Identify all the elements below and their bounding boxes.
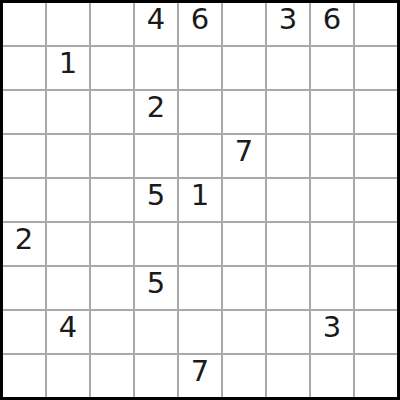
cell-r3c5[interactable] xyxy=(179,91,221,133)
cell-r1c7: 3 xyxy=(267,3,309,45)
clue-number: 1 xyxy=(191,181,209,210)
cell-r4c7[interactable] xyxy=(267,135,309,177)
cell-r4c2[interactable] xyxy=(47,135,89,177)
clue-number: 7 xyxy=(191,357,209,386)
cell-r9c3[interactable] xyxy=(91,355,133,397)
cell-r9c1[interactable] xyxy=(3,355,45,397)
cell-r6c5[interactable] xyxy=(179,223,221,265)
cell-r3c2[interactable] xyxy=(47,91,89,133)
cell-r1c6[interactable] xyxy=(223,3,265,45)
cell-r4c5[interactable] xyxy=(179,135,221,177)
clue-number: 2 xyxy=(15,225,33,254)
clue-number: 3 xyxy=(279,5,297,34)
clue-number: 4 xyxy=(147,5,165,34)
cell-r1c8: 6 xyxy=(311,3,353,45)
cell-r8c6[interactable] xyxy=(223,311,265,353)
cell-r4c4[interactable] xyxy=(135,135,177,177)
cell-r5c1[interactable] xyxy=(3,179,45,221)
cell-r8c8: 3 xyxy=(311,311,353,353)
cell-r5c4: 5 xyxy=(135,179,177,221)
cell-r5c8[interactable] xyxy=(311,179,353,221)
cell-r3c3[interactable] xyxy=(91,91,133,133)
cell-r8c9[interactable] xyxy=(355,311,397,353)
puzzle-board: 46361275125437 xyxy=(0,0,400,400)
cell-r1c9[interactable] xyxy=(355,3,397,45)
cell-r6c2[interactable] xyxy=(47,223,89,265)
clue-number: 7 xyxy=(235,137,253,166)
clue-number: 5 xyxy=(147,181,165,210)
clue-number: 4 xyxy=(59,313,77,342)
clue-number: 6 xyxy=(323,5,341,34)
cell-r6c4[interactable] xyxy=(135,223,177,265)
cell-r6c8[interactable] xyxy=(311,223,353,265)
cell-r2c5[interactable] xyxy=(179,47,221,89)
cell-r2c9[interactable] xyxy=(355,47,397,89)
cell-r5c7[interactable] xyxy=(267,179,309,221)
cell-r1c3[interactable] xyxy=(91,3,133,45)
cell-r9c4[interactable] xyxy=(135,355,177,397)
cell-r7c1[interactable] xyxy=(3,267,45,309)
cell-r7c7[interactable] xyxy=(267,267,309,309)
cell-r1c2[interactable] xyxy=(47,3,89,45)
cell-r6c1: 2 xyxy=(3,223,45,265)
cell-r4c9[interactable] xyxy=(355,135,397,177)
cell-r2c2: 1 xyxy=(47,47,89,89)
cell-r7c8[interactable] xyxy=(311,267,353,309)
cell-r2c3[interactable] xyxy=(91,47,133,89)
cell-r9c5: 7 xyxy=(179,355,221,397)
cell-r4c3[interactable] xyxy=(91,135,133,177)
cell-r1c1[interactable] xyxy=(3,3,45,45)
cell-r8c5[interactable] xyxy=(179,311,221,353)
cell-r6c7[interactable] xyxy=(267,223,309,265)
clue-number: 6 xyxy=(191,5,209,34)
cell-r8c1[interactable] xyxy=(3,311,45,353)
cell-r4c1[interactable] xyxy=(3,135,45,177)
cell-r1c4: 4 xyxy=(135,3,177,45)
cell-r3c9[interactable] xyxy=(355,91,397,133)
cell-r7c6[interactable] xyxy=(223,267,265,309)
clue-number: 1 xyxy=(59,49,77,78)
cell-r2c4[interactable] xyxy=(135,47,177,89)
cell-r1c5: 6 xyxy=(179,3,221,45)
cell-r6c6[interactable] xyxy=(223,223,265,265)
cell-r8c7[interactable] xyxy=(267,311,309,353)
cell-r4c8[interactable] xyxy=(311,135,353,177)
cell-r2c1[interactable] xyxy=(3,47,45,89)
clue-number: 3 xyxy=(323,313,341,342)
cell-r8c3[interactable] xyxy=(91,311,133,353)
cell-r3c7[interactable] xyxy=(267,91,309,133)
cell-r5c2[interactable] xyxy=(47,179,89,221)
cell-r7c2[interactable] xyxy=(47,267,89,309)
cell-r6c3[interactable] xyxy=(91,223,133,265)
cell-r6c9[interactable] xyxy=(355,223,397,265)
cell-r2c8[interactable] xyxy=(311,47,353,89)
cell-r3c1[interactable] xyxy=(3,91,45,133)
clue-number: 5 xyxy=(147,269,165,298)
cell-r8c4[interactable] xyxy=(135,311,177,353)
cell-r5c6[interactable] xyxy=(223,179,265,221)
cell-r7c4: 5 xyxy=(135,267,177,309)
cell-r5c9[interactable] xyxy=(355,179,397,221)
cell-r5c5: 1 xyxy=(179,179,221,221)
cell-r9c7[interactable] xyxy=(267,355,309,397)
clue-number: 2 xyxy=(147,93,165,122)
cell-r3c4: 2 xyxy=(135,91,177,133)
cell-r9c2[interactable] xyxy=(47,355,89,397)
cell-r9c6[interactable] xyxy=(223,355,265,397)
cell-r7c3[interactable] xyxy=(91,267,133,309)
cell-r4c6: 7 xyxy=(223,135,265,177)
cell-r3c8[interactable] xyxy=(311,91,353,133)
cell-r7c9[interactable] xyxy=(355,267,397,309)
cell-r7c5[interactable] xyxy=(179,267,221,309)
cell-r5c3[interactable] xyxy=(91,179,133,221)
cell-r9c9[interactable] xyxy=(355,355,397,397)
cell-r2c7[interactable] xyxy=(267,47,309,89)
cell-r2c6[interactable] xyxy=(223,47,265,89)
cell-r9c8[interactable] xyxy=(311,355,353,397)
cell-r3c6[interactable] xyxy=(223,91,265,133)
cell-r8c2: 4 xyxy=(47,311,89,353)
